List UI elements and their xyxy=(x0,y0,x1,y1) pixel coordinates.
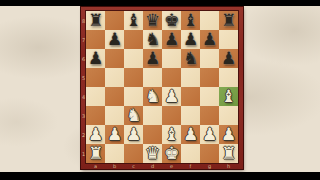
square-e7[interactable]: ♟ xyxy=(162,30,181,49)
square-h5[interactable] xyxy=(219,68,238,87)
chess-board: 87654321 abcdefgh ♜♝♛♚♝♜♟♞♟♟♟♟♟♞♟♞♟♝♞♟♟♟… xyxy=(81,7,243,169)
square-b5[interactable] xyxy=(105,68,124,87)
white-pawn: ♟ xyxy=(105,125,124,144)
black-pawn: ♟ xyxy=(181,30,200,49)
white-pawn: ♟ xyxy=(200,125,219,144)
square-c4[interactable] xyxy=(124,87,143,106)
black-queen: ♛ xyxy=(143,11,162,30)
black-knight: ♞ xyxy=(143,30,162,49)
square-b1[interactable] xyxy=(105,144,124,163)
square-a4[interactable] xyxy=(86,87,105,106)
file-label-a: a xyxy=(86,163,105,169)
square-d3[interactable] xyxy=(143,106,162,125)
white-rook: ♜ xyxy=(219,144,238,163)
square-a5[interactable] xyxy=(86,68,105,87)
square-g4[interactable] xyxy=(200,87,219,106)
white-knight: ♞ xyxy=(124,106,143,125)
square-h3[interactable] xyxy=(219,106,238,125)
square-d5[interactable] xyxy=(143,68,162,87)
square-a6[interactable]: ♟ xyxy=(86,49,105,68)
square-a8[interactable]: ♜ xyxy=(86,11,105,30)
square-c8[interactable]: ♝ xyxy=(124,11,143,30)
file-label-e: e xyxy=(162,163,181,169)
square-e4[interactable]: ♟ xyxy=(162,87,181,106)
square-g7[interactable]: ♟ xyxy=(200,30,219,49)
square-e8[interactable]: ♚ xyxy=(162,11,181,30)
square-d8[interactable]: ♛ xyxy=(143,11,162,30)
square-h1[interactable]: ♜ xyxy=(219,144,238,163)
square-h4[interactable]: ♝ xyxy=(219,87,238,106)
square-f4[interactable] xyxy=(181,87,200,106)
square-c6[interactable] xyxy=(124,49,143,68)
square-b7[interactable]: ♟ xyxy=(105,30,124,49)
file-label-c: c xyxy=(124,163,143,169)
square-b4[interactable] xyxy=(105,87,124,106)
black-pawn: ♟ xyxy=(162,30,181,49)
square-b8[interactable] xyxy=(105,11,124,30)
square-f8[interactable]: ♝ xyxy=(181,11,200,30)
square-f1[interactable] xyxy=(181,144,200,163)
square-g1[interactable] xyxy=(200,144,219,163)
square-d2[interactable] xyxy=(143,125,162,144)
square-f5[interactable] xyxy=(181,68,200,87)
file-label-g: g xyxy=(200,163,219,169)
square-c2[interactable]: ♟ xyxy=(124,125,143,144)
square-d7[interactable]: ♞ xyxy=(143,30,162,49)
black-bishop: ♝ xyxy=(124,11,143,30)
letterbox-bottom xyxy=(0,172,320,180)
white-bishop: ♝ xyxy=(219,87,238,106)
white-pawn: ♟ xyxy=(124,125,143,144)
square-e1[interactable]: ♚ xyxy=(162,144,181,163)
white-king: ♚ xyxy=(162,144,181,163)
square-g3[interactable] xyxy=(200,106,219,125)
square-c1[interactable] xyxy=(124,144,143,163)
file-label-h: h xyxy=(219,163,238,169)
file-label-f: f xyxy=(181,163,200,169)
file-label-b: b xyxy=(105,163,124,169)
square-f3[interactable] xyxy=(181,106,200,125)
square-d4[interactable]: ♞ xyxy=(143,87,162,106)
white-pawn: ♟ xyxy=(86,125,105,144)
black-pawn: ♟ xyxy=(86,49,105,68)
square-e6[interactable] xyxy=(162,49,181,68)
square-g2[interactable]: ♟ xyxy=(200,125,219,144)
black-king: ♚ xyxy=(162,11,181,30)
black-pawn: ♟ xyxy=(219,49,238,68)
square-a3[interactable] xyxy=(86,106,105,125)
black-pawn: ♟ xyxy=(200,30,219,49)
square-d1[interactable]: ♛ xyxy=(143,144,162,163)
square-e5[interactable] xyxy=(162,68,181,87)
square-f2[interactable]: ♟ xyxy=(181,125,200,144)
file-labels: abcdefgh xyxy=(86,163,238,169)
square-d6[interactable]: ♟ xyxy=(143,49,162,68)
square-c3[interactable]: ♞ xyxy=(124,106,143,125)
square-b2[interactable]: ♟ xyxy=(105,125,124,144)
board-grid: ♜♝♛♚♝♜♟♞♟♟♟♟♟♞♟♞♟♝♞♟♟♟♝♟♟♟♜♛♚♜ xyxy=(86,11,238,163)
square-a1[interactable]: ♜ xyxy=(86,144,105,163)
square-b6[interactable] xyxy=(105,49,124,68)
square-f7[interactable]: ♟ xyxy=(181,30,200,49)
black-rook: ♜ xyxy=(86,11,105,30)
square-g8[interactable] xyxy=(200,11,219,30)
square-h8[interactable]: ♜ xyxy=(219,11,238,30)
square-h2[interactable]: ♟ xyxy=(219,125,238,144)
white-pawn: ♟ xyxy=(219,125,238,144)
square-h6[interactable]: ♟ xyxy=(219,49,238,68)
black-pawn: ♟ xyxy=(105,30,124,49)
white-pawn: ♟ xyxy=(181,125,200,144)
black-rook: ♜ xyxy=(219,11,238,30)
white-pawn: ♟ xyxy=(162,87,181,106)
black-bishop: ♝ xyxy=(181,11,200,30)
white-queen: ♛ xyxy=(143,144,162,163)
white-rook: ♜ xyxy=(86,144,105,163)
square-b3[interactable] xyxy=(105,106,124,125)
square-a7[interactable] xyxy=(86,30,105,49)
square-h7[interactable] xyxy=(219,30,238,49)
file-label-d: d xyxy=(143,163,162,169)
black-knight: ♞ xyxy=(181,49,200,68)
white-bishop: ♝ xyxy=(162,125,181,144)
square-g6[interactable] xyxy=(200,49,219,68)
square-g5[interactable] xyxy=(200,68,219,87)
black-pawn: ♟ xyxy=(143,49,162,68)
square-f6[interactable]: ♞ xyxy=(181,49,200,68)
square-e3[interactable] xyxy=(162,106,181,125)
square-a2[interactable]: ♟ xyxy=(86,125,105,144)
square-e2[interactable]: ♝ xyxy=(162,125,181,144)
square-c7[interactable] xyxy=(124,30,143,49)
square-c5[interactable] xyxy=(124,68,143,87)
white-knight: ♞ xyxy=(143,87,162,106)
